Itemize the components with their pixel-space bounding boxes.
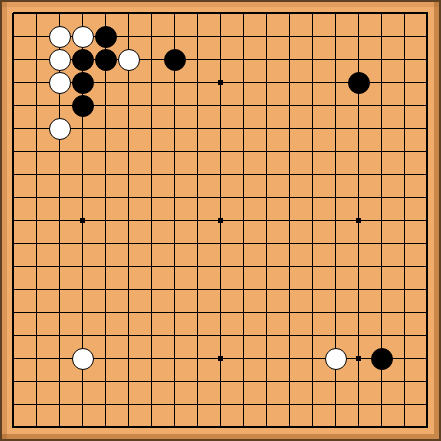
board-cell-s7[interactable] bbox=[393, 278, 416, 301]
board-cell-c3[interactable] bbox=[48, 370, 71, 393]
board-cell-c2[interactable] bbox=[48, 393, 71, 416]
board-cell-e6[interactable] bbox=[94, 301, 117, 324]
board-cell-c14[interactable] bbox=[48, 117, 71, 140]
board-cell-q2[interactable] bbox=[347, 393, 370, 416]
board-cell-e12[interactable] bbox=[94, 163, 117, 186]
board-cell-m14[interactable] bbox=[255, 117, 278, 140]
board-cell-n9[interactable] bbox=[278, 232, 301, 255]
board-cell-k18[interactable] bbox=[209, 25, 232, 48]
board-cell-o4[interactable] bbox=[301, 347, 324, 370]
board-cell-e18[interactable] bbox=[94, 25, 117, 48]
board-cell-l1[interactable] bbox=[232, 416, 255, 439]
board-cell-b8[interactable] bbox=[25, 255, 48, 278]
board-cell-m12[interactable] bbox=[255, 163, 278, 186]
board-cell-l10[interactable] bbox=[232, 209, 255, 232]
board-cell-m11[interactable] bbox=[255, 186, 278, 209]
board-cell-r15[interactable] bbox=[370, 94, 393, 117]
board-cell-h2[interactable] bbox=[163, 393, 186, 416]
board-cell-j16[interactable] bbox=[186, 71, 209, 94]
board-cell-m10[interactable] bbox=[255, 209, 278, 232]
board-cell-e15[interactable] bbox=[94, 94, 117, 117]
board-cell-b11[interactable] bbox=[25, 186, 48, 209]
board-cell-a2[interactable] bbox=[2, 393, 25, 416]
board-cell-k3[interactable] bbox=[209, 370, 232, 393]
board-cell-l3[interactable] bbox=[232, 370, 255, 393]
board-cell-d18[interactable] bbox=[71, 25, 94, 48]
board-cell-s15[interactable] bbox=[393, 94, 416, 117]
board-cell-e17[interactable] bbox=[94, 48, 117, 71]
board-cell-m1[interactable] bbox=[255, 416, 278, 439]
board-cell-n10[interactable] bbox=[278, 209, 301, 232]
board-cell-b15[interactable] bbox=[25, 94, 48, 117]
board-cell-c16[interactable] bbox=[48, 71, 71, 94]
board-cell-s12[interactable] bbox=[393, 163, 416, 186]
board-cell-l7[interactable] bbox=[232, 278, 255, 301]
board-cell-o16[interactable] bbox=[301, 71, 324, 94]
board-cell-c6[interactable] bbox=[48, 301, 71, 324]
board-cell-p1[interactable] bbox=[324, 416, 347, 439]
board-cell-t7[interactable] bbox=[416, 278, 439, 301]
board-cell-t4[interactable] bbox=[416, 347, 439, 370]
board-cell-t5[interactable] bbox=[416, 324, 439, 347]
board-cell-d16[interactable] bbox=[71, 71, 94, 94]
board-cell-k17[interactable] bbox=[209, 48, 232, 71]
board-cell-c17[interactable] bbox=[48, 48, 71, 71]
board-cell-f11[interactable] bbox=[117, 186, 140, 209]
board-cell-t19[interactable] bbox=[416, 2, 439, 25]
board-cell-o3[interactable] bbox=[301, 370, 324, 393]
board-cell-l12[interactable] bbox=[232, 163, 255, 186]
board-cell-k13[interactable] bbox=[209, 140, 232, 163]
board-cell-q18[interactable] bbox=[347, 25, 370, 48]
board-cell-e11[interactable] bbox=[94, 186, 117, 209]
board-cell-s10[interactable] bbox=[393, 209, 416, 232]
board-cell-c10[interactable] bbox=[48, 209, 71, 232]
board-cell-g2[interactable] bbox=[140, 393, 163, 416]
board-cell-k6[interactable] bbox=[209, 301, 232, 324]
board-cell-h1[interactable] bbox=[163, 416, 186, 439]
board-cell-r8[interactable] bbox=[370, 255, 393, 278]
board-cell-l15[interactable] bbox=[232, 94, 255, 117]
board-cell-s1[interactable] bbox=[393, 416, 416, 439]
board-cell-f14[interactable] bbox=[117, 117, 140, 140]
board-cell-n14[interactable] bbox=[278, 117, 301, 140]
board-cell-e13[interactable] bbox=[94, 140, 117, 163]
board-cell-a3[interactable] bbox=[2, 370, 25, 393]
board-cell-o2[interactable] bbox=[301, 393, 324, 416]
board-cell-f6[interactable] bbox=[117, 301, 140, 324]
board-cell-g9[interactable] bbox=[140, 232, 163, 255]
board-cell-r10[interactable] bbox=[370, 209, 393, 232]
board-cell-b6[interactable] bbox=[25, 301, 48, 324]
board-cell-r19[interactable] bbox=[370, 2, 393, 25]
board-cell-j2[interactable] bbox=[186, 393, 209, 416]
board-cell-a12[interactable] bbox=[2, 163, 25, 186]
board-cell-s6[interactable] bbox=[393, 301, 416, 324]
board-cell-r12[interactable] bbox=[370, 163, 393, 186]
board-cell-l19[interactable] bbox=[232, 2, 255, 25]
board-cell-j9[interactable] bbox=[186, 232, 209, 255]
board-cell-k9[interactable] bbox=[209, 232, 232, 255]
board-cell-p15[interactable] bbox=[324, 94, 347, 117]
board-cell-k7[interactable] bbox=[209, 278, 232, 301]
board-cell-f1[interactable] bbox=[117, 416, 140, 439]
board-cell-p8[interactable] bbox=[324, 255, 347, 278]
board-cell-r13[interactable] bbox=[370, 140, 393, 163]
board-cell-t13[interactable] bbox=[416, 140, 439, 163]
board-cell-o9[interactable] bbox=[301, 232, 324, 255]
board-cell-j10[interactable] bbox=[186, 209, 209, 232]
board-cell-j6[interactable] bbox=[186, 301, 209, 324]
board-cell-g6[interactable] bbox=[140, 301, 163, 324]
board-cell-h9[interactable] bbox=[163, 232, 186, 255]
board-cell-h17[interactable] bbox=[163, 48, 186, 71]
board-cell-a11[interactable] bbox=[2, 186, 25, 209]
board-cell-r3[interactable] bbox=[370, 370, 393, 393]
board-cell-p17[interactable] bbox=[324, 48, 347, 71]
board-cell-b19[interactable] bbox=[25, 2, 48, 25]
board-cell-j5[interactable] bbox=[186, 324, 209, 347]
board-cell-c11[interactable] bbox=[48, 186, 71, 209]
board-cell-b1[interactable] bbox=[25, 416, 48, 439]
board-cell-s18[interactable] bbox=[393, 25, 416, 48]
board-cell-q16[interactable] bbox=[347, 71, 370, 94]
board-cell-e9[interactable] bbox=[94, 232, 117, 255]
board-cell-h8[interactable] bbox=[163, 255, 186, 278]
board-cell-t11[interactable] bbox=[416, 186, 439, 209]
board-cell-b2[interactable] bbox=[25, 393, 48, 416]
board-cell-c18[interactable] bbox=[48, 25, 71, 48]
board-cell-q7[interactable] bbox=[347, 278, 370, 301]
board-cell-a7[interactable] bbox=[2, 278, 25, 301]
board-cell-d10[interactable] bbox=[71, 209, 94, 232]
board-cell-d13[interactable] bbox=[71, 140, 94, 163]
board-cell-s4[interactable] bbox=[393, 347, 416, 370]
board-cell-o14[interactable] bbox=[301, 117, 324, 140]
board-cell-q3[interactable] bbox=[347, 370, 370, 393]
board-cell-h16[interactable] bbox=[163, 71, 186, 94]
board-cell-t10[interactable] bbox=[416, 209, 439, 232]
board-cell-p9[interactable] bbox=[324, 232, 347, 255]
board-cell-c12[interactable] bbox=[48, 163, 71, 186]
board-cell-g3[interactable] bbox=[140, 370, 163, 393]
board-cell-b18[interactable] bbox=[25, 25, 48, 48]
board-cell-r7[interactable] bbox=[370, 278, 393, 301]
board-cell-s13[interactable] bbox=[393, 140, 416, 163]
board-cell-a8[interactable] bbox=[2, 255, 25, 278]
board-cell-o15[interactable] bbox=[301, 94, 324, 117]
board-cell-m8[interactable] bbox=[255, 255, 278, 278]
board-cell-j8[interactable] bbox=[186, 255, 209, 278]
board-cell-m16[interactable] bbox=[255, 71, 278, 94]
board-cell-q8[interactable] bbox=[347, 255, 370, 278]
board-cell-c7[interactable] bbox=[48, 278, 71, 301]
board-cell-d4[interactable] bbox=[71, 347, 94, 370]
board-cell-b10[interactable] bbox=[25, 209, 48, 232]
board-cell-e5[interactable] bbox=[94, 324, 117, 347]
board-cell-p6[interactable] bbox=[324, 301, 347, 324]
board-cell-h14[interactable] bbox=[163, 117, 186, 140]
board-cell-a9[interactable] bbox=[2, 232, 25, 255]
board-cell-p10[interactable] bbox=[324, 209, 347, 232]
board-cell-l4[interactable] bbox=[232, 347, 255, 370]
board-cell-t3[interactable] bbox=[416, 370, 439, 393]
board-cell-c9[interactable] bbox=[48, 232, 71, 255]
board-cell-a13[interactable] bbox=[2, 140, 25, 163]
board-cell-d15[interactable] bbox=[71, 94, 94, 117]
board-cell-b16[interactable] bbox=[25, 71, 48, 94]
board-cell-o7[interactable] bbox=[301, 278, 324, 301]
board-cell-e19[interactable] bbox=[94, 2, 117, 25]
board-cell-j19[interactable] bbox=[186, 2, 209, 25]
board-cell-f12[interactable] bbox=[117, 163, 140, 186]
board-cell-t2[interactable] bbox=[416, 393, 439, 416]
board-cell-k2[interactable] bbox=[209, 393, 232, 416]
board-cell-s9[interactable] bbox=[393, 232, 416, 255]
board-cell-p4[interactable] bbox=[324, 347, 347, 370]
board-cell-e8[interactable] bbox=[94, 255, 117, 278]
board-cell-c1[interactable] bbox=[48, 416, 71, 439]
board-cell-k8[interactable] bbox=[209, 255, 232, 278]
board-cell-a16[interactable] bbox=[2, 71, 25, 94]
board-cell-k1[interactable] bbox=[209, 416, 232, 439]
board-cell-r16[interactable] bbox=[370, 71, 393, 94]
board-cell-t16[interactable] bbox=[416, 71, 439, 94]
board-cell-m18[interactable] bbox=[255, 25, 278, 48]
board-cell-s3[interactable] bbox=[393, 370, 416, 393]
board-cell-n3[interactable] bbox=[278, 370, 301, 393]
board-cell-o5[interactable] bbox=[301, 324, 324, 347]
board-cell-p2[interactable] bbox=[324, 393, 347, 416]
board-cell-a17[interactable] bbox=[2, 48, 25, 71]
board-cell-d6[interactable] bbox=[71, 301, 94, 324]
board-cell-n12[interactable] bbox=[278, 163, 301, 186]
board-cell-c15[interactable] bbox=[48, 94, 71, 117]
board-cell-n15[interactable] bbox=[278, 94, 301, 117]
board-cell-t9[interactable] bbox=[416, 232, 439, 255]
board-cell-r6[interactable] bbox=[370, 301, 393, 324]
board-cell-o18[interactable] bbox=[301, 25, 324, 48]
board-cell-k4[interactable] bbox=[209, 347, 232, 370]
board-cell-b17[interactable] bbox=[25, 48, 48, 71]
board-cell-p11[interactable] bbox=[324, 186, 347, 209]
board-cell-q14[interactable] bbox=[347, 117, 370, 140]
board-cell-g13[interactable] bbox=[140, 140, 163, 163]
board-cell-o6[interactable] bbox=[301, 301, 324, 324]
board-cell-n5[interactable] bbox=[278, 324, 301, 347]
board-cell-q10[interactable] bbox=[347, 209, 370, 232]
board-cell-f5[interactable] bbox=[117, 324, 140, 347]
board-cell-q6[interactable] bbox=[347, 301, 370, 324]
board-cell-f13[interactable] bbox=[117, 140, 140, 163]
board-cell-f10[interactable] bbox=[117, 209, 140, 232]
board-cell-l17[interactable] bbox=[232, 48, 255, 71]
board-cell-b12[interactable] bbox=[25, 163, 48, 186]
board-cell-l5[interactable] bbox=[232, 324, 255, 347]
board-cell-r2[interactable] bbox=[370, 393, 393, 416]
board-cell-h10[interactable] bbox=[163, 209, 186, 232]
board-cell-h12[interactable] bbox=[163, 163, 186, 186]
board-cell-b7[interactable] bbox=[25, 278, 48, 301]
board-cell-q15[interactable] bbox=[347, 94, 370, 117]
board-cell-j12[interactable] bbox=[186, 163, 209, 186]
board-cell-o12[interactable] bbox=[301, 163, 324, 186]
board-cell-m17[interactable] bbox=[255, 48, 278, 71]
board-cell-l11[interactable] bbox=[232, 186, 255, 209]
board-cell-f18[interactable] bbox=[117, 25, 140, 48]
board-cell-n16[interactable] bbox=[278, 71, 301, 94]
board-cell-p12[interactable] bbox=[324, 163, 347, 186]
board-cell-s8[interactable] bbox=[393, 255, 416, 278]
board-cell-a19[interactable] bbox=[2, 2, 25, 25]
board-cell-r11[interactable] bbox=[370, 186, 393, 209]
board-cell-q19[interactable] bbox=[347, 2, 370, 25]
board-cell-j11[interactable] bbox=[186, 186, 209, 209]
board-cell-c19[interactable] bbox=[48, 2, 71, 25]
board-cell-p18[interactable] bbox=[324, 25, 347, 48]
board-cell-p14[interactable] bbox=[324, 117, 347, 140]
board-cell-q1[interactable] bbox=[347, 416, 370, 439]
board-cell-f19[interactable] bbox=[117, 2, 140, 25]
board-cell-q17[interactable] bbox=[347, 48, 370, 71]
board-cell-s11[interactable] bbox=[393, 186, 416, 209]
board-cell-h15[interactable] bbox=[163, 94, 186, 117]
board-cell-s2[interactable] bbox=[393, 393, 416, 416]
board-cell-n17[interactable] bbox=[278, 48, 301, 71]
board-cell-m3[interactable] bbox=[255, 370, 278, 393]
board-cell-m2[interactable] bbox=[255, 393, 278, 416]
board-cell-e7[interactable] bbox=[94, 278, 117, 301]
board-cell-o17[interactable] bbox=[301, 48, 324, 71]
board-cell-t18[interactable] bbox=[416, 25, 439, 48]
board-cell-q11[interactable] bbox=[347, 186, 370, 209]
board-cell-b14[interactable] bbox=[25, 117, 48, 140]
board-cell-d5[interactable] bbox=[71, 324, 94, 347]
board-cell-d14[interactable] bbox=[71, 117, 94, 140]
board-cell-s17[interactable] bbox=[393, 48, 416, 71]
board-cell-l16[interactable] bbox=[232, 71, 255, 94]
board-cell-g4[interactable] bbox=[140, 347, 163, 370]
board-cell-m19[interactable] bbox=[255, 2, 278, 25]
board-cell-m13[interactable] bbox=[255, 140, 278, 163]
board-cell-t8[interactable] bbox=[416, 255, 439, 278]
board-cell-f16[interactable] bbox=[117, 71, 140, 94]
board-cell-m9[interactable] bbox=[255, 232, 278, 255]
board-cell-o10[interactable] bbox=[301, 209, 324, 232]
board-cell-c8[interactable] bbox=[48, 255, 71, 278]
board-cell-a5[interactable] bbox=[2, 324, 25, 347]
board-cell-m7[interactable] bbox=[255, 278, 278, 301]
board-cell-l13[interactable] bbox=[232, 140, 255, 163]
board-cell-n19[interactable] bbox=[278, 2, 301, 25]
board-cell-d17[interactable] bbox=[71, 48, 94, 71]
board-cell-b13[interactable] bbox=[25, 140, 48, 163]
board-cell-e4[interactable] bbox=[94, 347, 117, 370]
board-cell-l9[interactable] bbox=[232, 232, 255, 255]
board-cell-c4[interactable] bbox=[48, 347, 71, 370]
board-cell-l8[interactable] bbox=[232, 255, 255, 278]
board-cell-d1[interactable] bbox=[71, 416, 94, 439]
board-cell-t12[interactable] bbox=[416, 163, 439, 186]
board-cell-j7[interactable] bbox=[186, 278, 209, 301]
board-cell-g11[interactable] bbox=[140, 186, 163, 209]
board-cell-n1[interactable] bbox=[278, 416, 301, 439]
board-cell-k19[interactable] bbox=[209, 2, 232, 25]
board-cell-g16[interactable] bbox=[140, 71, 163, 94]
board-cell-r1[interactable] bbox=[370, 416, 393, 439]
board-cell-q9[interactable] bbox=[347, 232, 370, 255]
board-cell-f4[interactable] bbox=[117, 347, 140, 370]
board-cell-e1[interactable] bbox=[94, 416, 117, 439]
board-cell-p5[interactable] bbox=[324, 324, 347, 347]
board-cell-b9[interactable] bbox=[25, 232, 48, 255]
board-cell-h11[interactable] bbox=[163, 186, 186, 209]
board-cell-t6[interactable] bbox=[416, 301, 439, 324]
board-cell-m15[interactable] bbox=[255, 94, 278, 117]
board-cell-a6[interactable] bbox=[2, 301, 25, 324]
board-cell-k5[interactable] bbox=[209, 324, 232, 347]
board-cell-e3[interactable] bbox=[94, 370, 117, 393]
board-cell-q4[interactable] bbox=[347, 347, 370, 370]
board-cell-j14[interactable] bbox=[186, 117, 209, 140]
board-cell-f7[interactable] bbox=[117, 278, 140, 301]
board-cell-l6[interactable] bbox=[232, 301, 255, 324]
board-cell-t1[interactable] bbox=[416, 416, 439, 439]
board-cell-l18[interactable] bbox=[232, 25, 255, 48]
board-cell-r9[interactable] bbox=[370, 232, 393, 255]
board-cell-o8[interactable] bbox=[301, 255, 324, 278]
board-cell-j17[interactable] bbox=[186, 48, 209, 71]
board-cell-j4[interactable] bbox=[186, 347, 209, 370]
board-cell-f8[interactable] bbox=[117, 255, 140, 278]
board-cell-r17[interactable] bbox=[370, 48, 393, 71]
board-cell-f3[interactable] bbox=[117, 370, 140, 393]
board-cell-s14[interactable] bbox=[393, 117, 416, 140]
board-cell-p7[interactable] bbox=[324, 278, 347, 301]
board-cell-h4[interactable] bbox=[163, 347, 186, 370]
board-cell-n4[interactable] bbox=[278, 347, 301, 370]
board-cell-g15[interactable] bbox=[140, 94, 163, 117]
board-cell-l2[interactable] bbox=[232, 393, 255, 416]
board-cell-j13[interactable] bbox=[186, 140, 209, 163]
board-cell-b4[interactable] bbox=[25, 347, 48, 370]
board-cell-b5[interactable] bbox=[25, 324, 48, 347]
board-cell-k15[interactable] bbox=[209, 94, 232, 117]
board-cell-j18[interactable] bbox=[186, 25, 209, 48]
board-cell-h19[interactable] bbox=[163, 2, 186, 25]
board-cell-d12[interactable] bbox=[71, 163, 94, 186]
board-cell-d19[interactable] bbox=[71, 2, 94, 25]
board-cell-a10[interactable] bbox=[2, 209, 25, 232]
board-cell-r18[interactable] bbox=[370, 25, 393, 48]
board-cell-g18[interactable] bbox=[140, 25, 163, 48]
board-cell-k12[interactable] bbox=[209, 163, 232, 186]
board-cell-g17[interactable] bbox=[140, 48, 163, 71]
board-cell-n11[interactable] bbox=[278, 186, 301, 209]
board-cell-j1[interactable] bbox=[186, 416, 209, 439]
board-cell-p3[interactable] bbox=[324, 370, 347, 393]
board-cell-k16[interactable] bbox=[209, 71, 232, 94]
board-cell-l14[interactable] bbox=[232, 117, 255, 140]
board-cell-h3[interactable] bbox=[163, 370, 186, 393]
board-cell-r5[interactable] bbox=[370, 324, 393, 347]
board-cell-p16[interactable] bbox=[324, 71, 347, 94]
board-cell-e10[interactable] bbox=[94, 209, 117, 232]
board-cell-o11[interactable] bbox=[301, 186, 324, 209]
board-cell-c5[interactable] bbox=[48, 324, 71, 347]
board-cell-t17[interactable] bbox=[416, 48, 439, 71]
board-cell-m5[interactable] bbox=[255, 324, 278, 347]
